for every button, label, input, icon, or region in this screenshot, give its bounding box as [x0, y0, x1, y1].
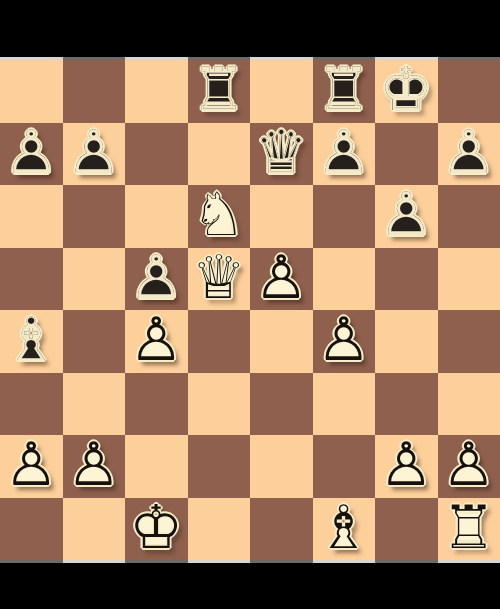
white-pawn-body: ♟: [438, 433, 500, 496]
square-h2[interactable]: ♟♙: [438, 435, 500, 498]
letterbox-bottom: [0, 563, 500, 609]
black-pawn-outline: ♙: [63, 121, 126, 184]
black-bishop-body: ♝: [0, 308, 63, 371]
square-h5[interactable]: [438, 248, 500, 311]
white-pawn-body: ♟: [250, 246, 313, 309]
square-h8[interactable]: [438, 60, 500, 123]
edge-cell: [63, 560, 126, 563]
square-b2[interactable]: ♟♙: [63, 435, 126, 498]
black-pawn-outline: ♙: [438, 121, 500, 184]
black-pawn-icon[interactable]: ♟♙: [63, 123, 126, 186]
black-bishop-outline: ♗: [0, 308, 63, 371]
square-b3[interactable]: [63, 373, 126, 436]
square-c7[interactable]: [125, 123, 188, 186]
square-c6[interactable]: [125, 185, 188, 248]
white-pawn-outline: ♙: [375, 433, 438, 496]
square-c4[interactable]: ♟♙: [125, 310, 188, 373]
square-e2[interactable]: [250, 435, 313, 498]
letterbox-top: [0, 0, 500, 57]
square-h1[interactable]: ♜♖: [438, 498, 500, 561]
black-pawn-outline: ♙: [313, 121, 376, 184]
black-rook-body: ♜: [188, 58, 251, 121]
square-d2[interactable]: [188, 435, 251, 498]
white-pawn-icon[interactable]: ♟♙: [438, 435, 500, 498]
edge-cell: [250, 560, 313, 563]
black-pawn-body: ♟: [313, 121, 376, 184]
edge-cell: [438, 560, 500, 563]
square-c1[interactable]: ♚♔: [125, 498, 188, 561]
square-g6[interactable]: ♟♙: [375, 185, 438, 248]
square-g2[interactable]: ♟♙: [375, 435, 438, 498]
white-pawn-body: ♟: [313, 308, 376, 371]
white-queen-body: ♛: [188, 246, 251, 309]
black-pawn-body: ♟: [125, 246, 188, 309]
square-h3[interactable]: [438, 373, 500, 436]
square-e5[interactable]: ♟♙: [250, 248, 313, 311]
black-pawn-icon[interactable]: ♟♙: [125, 248, 188, 311]
white-bishop-outline: ♗: [313, 496, 376, 559]
white-knight-body: ♞: [188, 183, 251, 246]
square-d7[interactable]: [188, 123, 251, 186]
white-pawn-outline: ♙: [0, 433, 63, 496]
square-d4[interactable]: [188, 310, 251, 373]
white-pawn-outline: ♙: [63, 433, 126, 496]
white-pawn-icon[interactable]: ♟♙: [63, 435, 126, 498]
black-pawn-icon[interactable]: ♟♙: [438, 123, 500, 186]
white-king-icon[interactable]: ♚♔: [125, 498, 188, 561]
white-rook-icon[interactable]: ♜♖: [438, 498, 500, 561]
white-rook-outline: ♖: [438, 496, 500, 559]
black-rook-outline: ♖: [188, 58, 251, 121]
square-h6[interactable]: [438, 185, 500, 248]
square-d3[interactable]: [188, 373, 251, 436]
square-a2[interactable]: ♟♙: [0, 435, 63, 498]
board-bottom-edge: [0, 560, 500, 563]
edge-cell: [313, 560, 376, 563]
square-h4[interactable]: [438, 310, 500, 373]
white-queen-icon[interactable]: ♛♕: [188, 248, 251, 311]
white-knight-outline: ♘: [188, 183, 251, 246]
white-queen-outline: ♕: [188, 246, 251, 309]
square-d5[interactable]: ♛♕: [188, 248, 251, 311]
square-c5[interactable]: ♟♙: [125, 248, 188, 311]
edge-cell: [125, 560, 188, 563]
square-h7[interactable]: ♟♙: [438, 123, 500, 186]
black-king-outline: ♔: [375, 58, 438, 121]
black-pawn-body: ♟: [438, 121, 500, 184]
square-a5[interactable]: [0, 248, 63, 311]
white-pawn-body: ♟: [125, 308, 188, 371]
white-knight-icon[interactable]: ♞♘: [188, 185, 251, 248]
edge-cell: [188, 560, 251, 563]
square-b6[interactable]: [63, 185, 126, 248]
square-f6[interactable]: [313, 185, 376, 248]
white-pawn-icon[interactable]: ♟♙: [125, 310, 188, 373]
square-b8[interactable]: [63, 60, 126, 123]
white-pawn-outline: ♙: [125, 308, 188, 371]
white-king-outline: ♔: [125, 496, 188, 559]
square-c8[interactable]: [125, 60, 188, 123]
edge-cell: [375, 560, 438, 563]
square-f4[interactable]: ♟♙: [313, 310, 376, 373]
white-bishop-icon[interactable]: ♝♗: [313, 498, 376, 561]
square-b4[interactable]: [63, 310, 126, 373]
square-b7[interactable]: ♟♙: [63, 123, 126, 186]
black-pawn-icon[interactable]: ♟♙: [313, 123, 376, 186]
square-g8[interactable]: ♚♔: [375, 60, 438, 123]
white-pawn-body: ♟: [63, 433, 126, 496]
white-pawn-outline: ♙: [313, 308, 376, 371]
black-pawn-icon[interactable]: ♟♙: [375, 185, 438, 248]
white-pawn-outline: ♙: [438, 433, 500, 496]
white-pawn-icon[interactable]: ♟♙: [0, 435, 63, 498]
square-f3[interactable]: [313, 373, 376, 436]
square-d1[interactable]: [188, 498, 251, 561]
square-g3[interactable]: [375, 373, 438, 436]
white-pawn-icon[interactable]: ♟♙: [375, 435, 438, 498]
square-a3[interactable]: [0, 373, 63, 436]
white-pawn-body: ♟: [375, 433, 438, 496]
square-g5[interactable]: [375, 248, 438, 311]
black-king-body: ♚: [375, 58, 438, 121]
square-b5[interactable]: [63, 248, 126, 311]
square-e6[interactable]: [250, 185, 313, 248]
square-g4[interactable]: [375, 310, 438, 373]
black-rook-icon[interactable]: ♜♖: [313, 60, 376, 123]
black-pawn-outline: ♙: [0, 121, 63, 184]
chess-board: ♜♖♜♖♚♔♟♙♟♙♛♕♟♙♟♙♞♘♟♙♟♙♛♕♟♙♝♗♟♙♟♙♟♙♟♙♟♙♟♙…: [0, 60, 500, 560]
edge-cell: [0, 560, 63, 563]
square-e3[interactable]: [250, 373, 313, 436]
square-d6[interactable]: ♞♘: [188, 185, 251, 248]
black-pawn-outline: ♙: [375, 183, 438, 246]
square-a1[interactable]: [0, 498, 63, 561]
black-queen-icon[interactable]: ♛♕: [250, 123, 313, 186]
square-b1[interactable]: [63, 498, 126, 561]
square-e4[interactable]: [250, 310, 313, 373]
black-queen-body: ♛: [250, 121, 313, 184]
black-bishop-icon[interactable]: ♝♗: [0, 310, 63, 373]
square-a6[interactable]: [0, 185, 63, 248]
black-rook-outline: ♖: [313, 58, 376, 121]
chess-app-screen: ♜♖♜♖♚♔♟♙♟♙♛♕♟♙♟♙♞♘♟♙♟♙♛♕♟♙♝♗♟♙♟♙♟♙♟♙♟♙♟♙…: [0, 0, 500, 609]
white-bishop-body: ♝: [313, 496, 376, 559]
square-c2[interactable]: [125, 435, 188, 498]
black-pawn-icon[interactable]: ♟♙: [0, 123, 63, 186]
square-e1[interactable]: [250, 498, 313, 561]
square-c3[interactable]: [125, 373, 188, 436]
square-e7[interactable]: ♛♕: [250, 123, 313, 186]
square-g7[interactable]: [375, 123, 438, 186]
square-a8[interactable]: [0, 60, 63, 123]
square-f5[interactable]: [313, 248, 376, 311]
black-rook-icon[interactable]: ♜♖: [188, 60, 251, 123]
square-f7[interactable]: ♟♙: [313, 123, 376, 186]
square-a7[interactable]: ♟♙: [0, 123, 63, 186]
square-f2[interactable]: [313, 435, 376, 498]
black-pawn-body: ♟: [0, 121, 63, 184]
black-pawn-body: ♟: [63, 121, 126, 184]
square-f8[interactable]: ♜♖: [313, 60, 376, 123]
square-a4[interactable]: ♝♗: [0, 310, 63, 373]
black-king-icon[interactable]: ♚♔: [375, 60, 438, 123]
square-e8[interactable]: [250, 60, 313, 123]
black-pawn-outline: ♙: [125, 246, 188, 309]
white-rook-body: ♜: [438, 496, 500, 559]
square-f1[interactable]: ♝♗: [313, 498, 376, 561]
black-pawn-body: ♟: [375, 183, 438, 246]
white-pawn-body: ♟: [0, 433, 63, 496]
square-d8[interactable]: ♜♖: [188, 60, 251, 123]
white-pawn-icon[interactable]: ♟♙: [250, 248, 313, 311]
black-queen-outline: ♕: [250, 121, 313, 184]
white-king-body: ♚: [125, 496, 188, 559]
black-rook-body: ♜: [313, 58, 376, 121]
white-pawn-outline: ♙: [250, 246, 313, 309]
square-g1[interactable]: [375, 498, 438, 561]
white-pawn-icon[interactable]: ♟♙: [313, 310, 376, 373]
